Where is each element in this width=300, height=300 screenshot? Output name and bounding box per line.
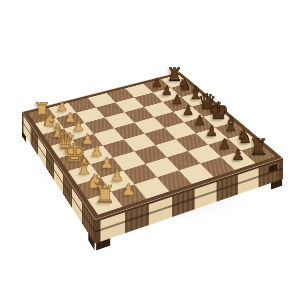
black-pawn: ♟	[182, 104, 194, 117]
black-pawn: ♟	[172, 94, 184, 107]
black-knight: ♞	[178, 77, 192, 93]
white-rook: ♜	[94, 183, 116, 208]
black-king: ♚	[208, 100, 229, 124]
white-pawn: ♟	[81, 132, 94, 146]
white-pawn: ♟	[72, 121, 84, 135]
product-photo: ♜♞♝♛♚♝♞♜♟♟♟♟♟♟♟♟♟♟♟♟♟♟♟♟♜♞♝♛♚♝♞♜	[0, 0, 300, 300]
white-pawn: ♟	[64, 110, 76, 123]
white-pawn: ♟	[90, 143, 103, 157]
black-bishop: ♝	[223, 115, 240, 134]
black-pawn: ♟	[232, 148, 245, 163]
pieces-layer: ♜♞♝♛♚♝♞♜♟♟♟♟♟♟♟♟♟♟♟♟♟♟♟♟♜♞♝♛♚♝♞♜	[0, 0, 300, 300]
white-pawn: ♟	[122, 183, 136, 199]
white-knight: ♞	[85, 172, 103, 192]
white-king: ♚	[63, 140, 86, 166]
black-knight: ♞	[236, 127, 252, 145]
black-pawn: ♟	[194, 114, 206, 128]
black-pawn: ♟	[152, 76, 163, 88]
black-rook: ♜	[166, 66, 183, 85]
white-pawn: ♟	[56, 100, 68, 113]
black-rook: ♜	[248, 135, 268, 157]
white-knight: ♞	[42, 112, 57, 129]
white-bishop: ♝	[75, 157, 94, 178]
white-rook: ♜	[33, 99, 51, 119]
white-pawn: ♟	[100, 156, 113, 171]
black-pawn: ♟	[206, 125, 218, 139]
white-queen: ♛	[55, 130, 76, 154]
black-queen: ♛	[197, 92, 216, 114]
black-bishop: ♝	[188, 85, 204, 103]
black-pawn: ♟	[218, 136, 231, 150]
white-pawn: ♟	[111, 169, 125, 184]
white-bishop: ♝	[49, 122, 66, 141]
black-pawn: ♟	[161, 85, 172, 98]
